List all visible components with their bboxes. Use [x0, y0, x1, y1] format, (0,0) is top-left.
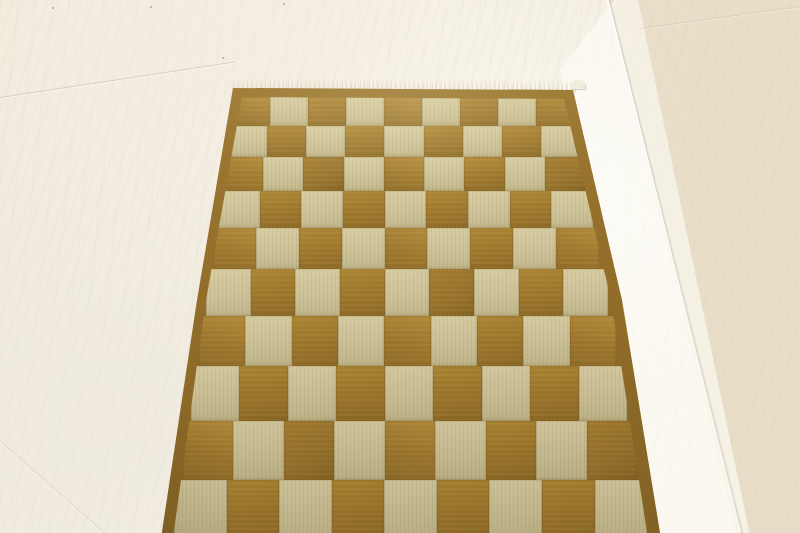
rug-square-light [295, 269, 340, 316]
board-row [213, 228, 599, 269]
rug-square-light [191, 366, 239, 421]
rug-square-light [263, 157, 303, 191]
rug-square-gold [213, 228, 256, 269]
rug-square-light [563, 269, 608, 316]
rug-square-light [468, 191, 510, 228]
rug-square-gold [340, 269, 385, 316]
rug-square-light [463, 126, 502, 157]
rug-square-light [346, 97, 384, 126]
rug-square-light [301, 191, 343, 228]
rug-square-gold [227, 480, 280, 533]
rug-square-light [279, 480, 332, 533]
rug-square-gold [542, 480, 595, 533]
rug-square-gold [502, 126, 541, 157]
rug-square-light [344, 157, 384, 191]
rug-square-light [474, 269, 519, 316]
board-row [228, 126, 580, 157]
rug-square-gold [426, 191, 468, 228]
rug-square-light [541, 126, 580, 157]
rug-square-gold [336, 366, 384, 421]
rug-square-light [233, 421, 283, 480]
rug-square-light [513, 228, 556, 269]
rug-square-gold [437, 480, 490, 533]
rug-square-gold [239, 366, 287, 421]
rug-square-light [385, 366, 433, 421]
dust-speck [52, 7, 54, 9]
rug-square-gold [267, 126, 306, 157]
rug-square-gold [308, 97, 346, 126]
rug-square-gold [251, 269, 296, 316]
fringe-tuft [571, 80, 585, 89]
rug-square-light [334, 421, 384, 480]
rug-square-gold [486, 421, 536, 480]
rug-square-gold [464, 157, 504, 191]
rug-square-light [384, 480, 437, 533]
rug-square-gold [183, 421, 233, 480]
rug-square-gold [545, 157, 585, 191]
dust-speck [222, 57, 224, 59]
rug-square-gold [470, 228, 513, 269]
rug-square-gold [299, 228, 342, 269]
dust-speck [150, 6, 152, 8]
rug-square-gold [433, 366, 481, 421]
rug-square-light [482, 366, 530, 421]
rug-square-gold [332, 480, 385, 533]
rug-square-gold [587, 421, 637, 480]
rug-square-light [489, 480, 542, 533]
rug-square-light [206, 269, 251, 316]
rug-square-light [174, 480, 227, 533]
board-row [232, 97, 574, 126]
rug-square-light [288, 366, 336, 421]
rug-square-gold [223, 157, 263, 191]
rug-square-light [306, 126, 345, 157]
rug-square-light [536, 421, 586, 480]
board-row [191, 366, 627, 421]
rug-square-light [523, 316, 569, 366]
rug-square-gold [429, 269, 474, 316]
rug-square-gold [385, 421, 435, 480]
rug-square-gold [292, 316, 338, 366]
rug-square-gold [303, 157, 343, 191]
rug-square-light [551, 191, 593, 228]
rug-square-light [385, 269, 430, 316]
rug-square-gold [260, 191, 302, 228]
rug-square-light [228, 126, 267, 157]
rug-square-gold [343, 191, 385, 228]
rug-square-gold [385, 228, 428, 269]
rug-square-gold [384, 157, 424, 191]
rug-square-gold [477, 316, 523, 366]
rug-square-light [435, 421, 485, 480]
rug-square-light [218, 191, 260, 228]
rug-square-light [384, 126, 423, 157]
rug-square-light [498, 97, 536, 126]
rug-square-gold [345, 126, 384, 157]
board-row [206, 269, 608, 316]
rug-square-gold [232, 97, 270, 126]
board-row [199, 316, 616, 366]
rug-square-light [270, 97, 308, 126]
dust-speck [283, 3, 285, 5]
rug-square-light [342, 228, 385, 269]
board-row [174, 480, 647, 533]
rug-square-gold [384, 316, 430, 366]
rug-square-light [579, 366, 627, 421]
board-row [183, 421, 637, 480]
rug-square-gold [424, 126, 463, 157]
rug-square-gold [536, 97, 574, 126]
board-row [223, 157, 585, 191]
rug-square-light [338, 316, 384, 366]
rug-square-light [422, 97, 460, 126]
rug-square-gold [519, 269, 564, 316]
rug-square-light [431, 316, 477, 366]
rug-square-gold [510, 191, 552, 228]
rug-square-light [427, 228, 470, 269]
rug-square-light [424, 157, 464, 191]
board-row [218, 191, 593, 228]
rug-square-light [385, 191, 427, 228]
photo-canvas [0, 0, 800, 533]
rug-square-gold [284, 421, 334, 480]
rug-square-gold [530, 366, 578, 421]
rug-square-gold [460, 97, 498, 126]
rug-square-light [505, 157, 545, 191]
rug-square-light [256, 228, 299, 269]
rug-square-light [245, 316, 291, 366]
rug-square-light [595, 480, 648, 533]
rug-square-gold [556, 228, 599, 269]
rug-square-gold [384, 97, 422, 126]
rug-square-gold [570, 316, 616, 366]
rug-square-gold [199, 316, 245, 366]
